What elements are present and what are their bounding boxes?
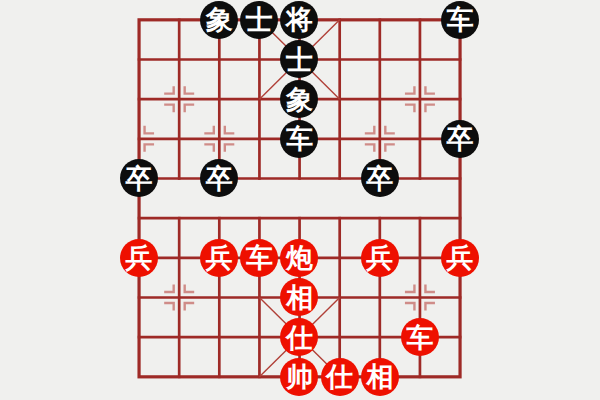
piece-black-chariot[interactable]: 车 [280,120,318,158]
piece-red-soldier[interactable]: 兵 [361,239,399,277]
piece-black-advisor[interactable]: 士 [280,40,318,78]
piece-black-elephant[interactable]: 象 [200,1,238,39]
piece-red-advisor[interactable]: 仕 [321,358,359,396]
piece-black-general[interactable]: 将 [280,1,318,39]
piece-black-advisor[interactable]: 士 [240,1,278,39]
piece-red-soldier[interactable]: 兵 [200,239,238,277]
pieces-layer: 象士将车士象车卒卒卒卒兵兵车炮兵兵相仕车帅仕相 [119,0,480,397]
piece-red-chariot[interactable]: 车 [401,318,439,356]
piece-red-chariot[interactable]: 车 [240,239,278,277]
piece-red-soldier[interactable]: 兵 [120,239,158,277]
xiangqi-board: 象士将车士象车卒卒卒卒兵兵车炮兵兵相仕车帅仕相 [0,0,600,400]
piece-red-cannon[interactable]: 炮 [280,239,318,277]
piece-black-soldier[interactable]: 卒 [361,159,399,197]
piece-red-soldier[interactable]: 兵 [441,239,479,277]
piece-red-elephant[interactable]: 相 [280,278,318,316]
piece-black-chariot[interactable]: 车 [441,1,479,39]
piece-red-elephant[interactable]: 相 [361,358,399,396]
piece-black-soldier[interactable]: 卒 [120,159,158,197]
piece-black-soldier[interactable]: 卒 [441,120,479,158]
piece-red-general[interactable]: 帅 [280,358,318,396]
piece-black-elephant[interactable]: 象 [280,80,318,118]
piece-black-soldier[interactable]: 卒 [200,159,238,197]
piece-red-advisor[interactable]: 仕 [280,318,318,356]
